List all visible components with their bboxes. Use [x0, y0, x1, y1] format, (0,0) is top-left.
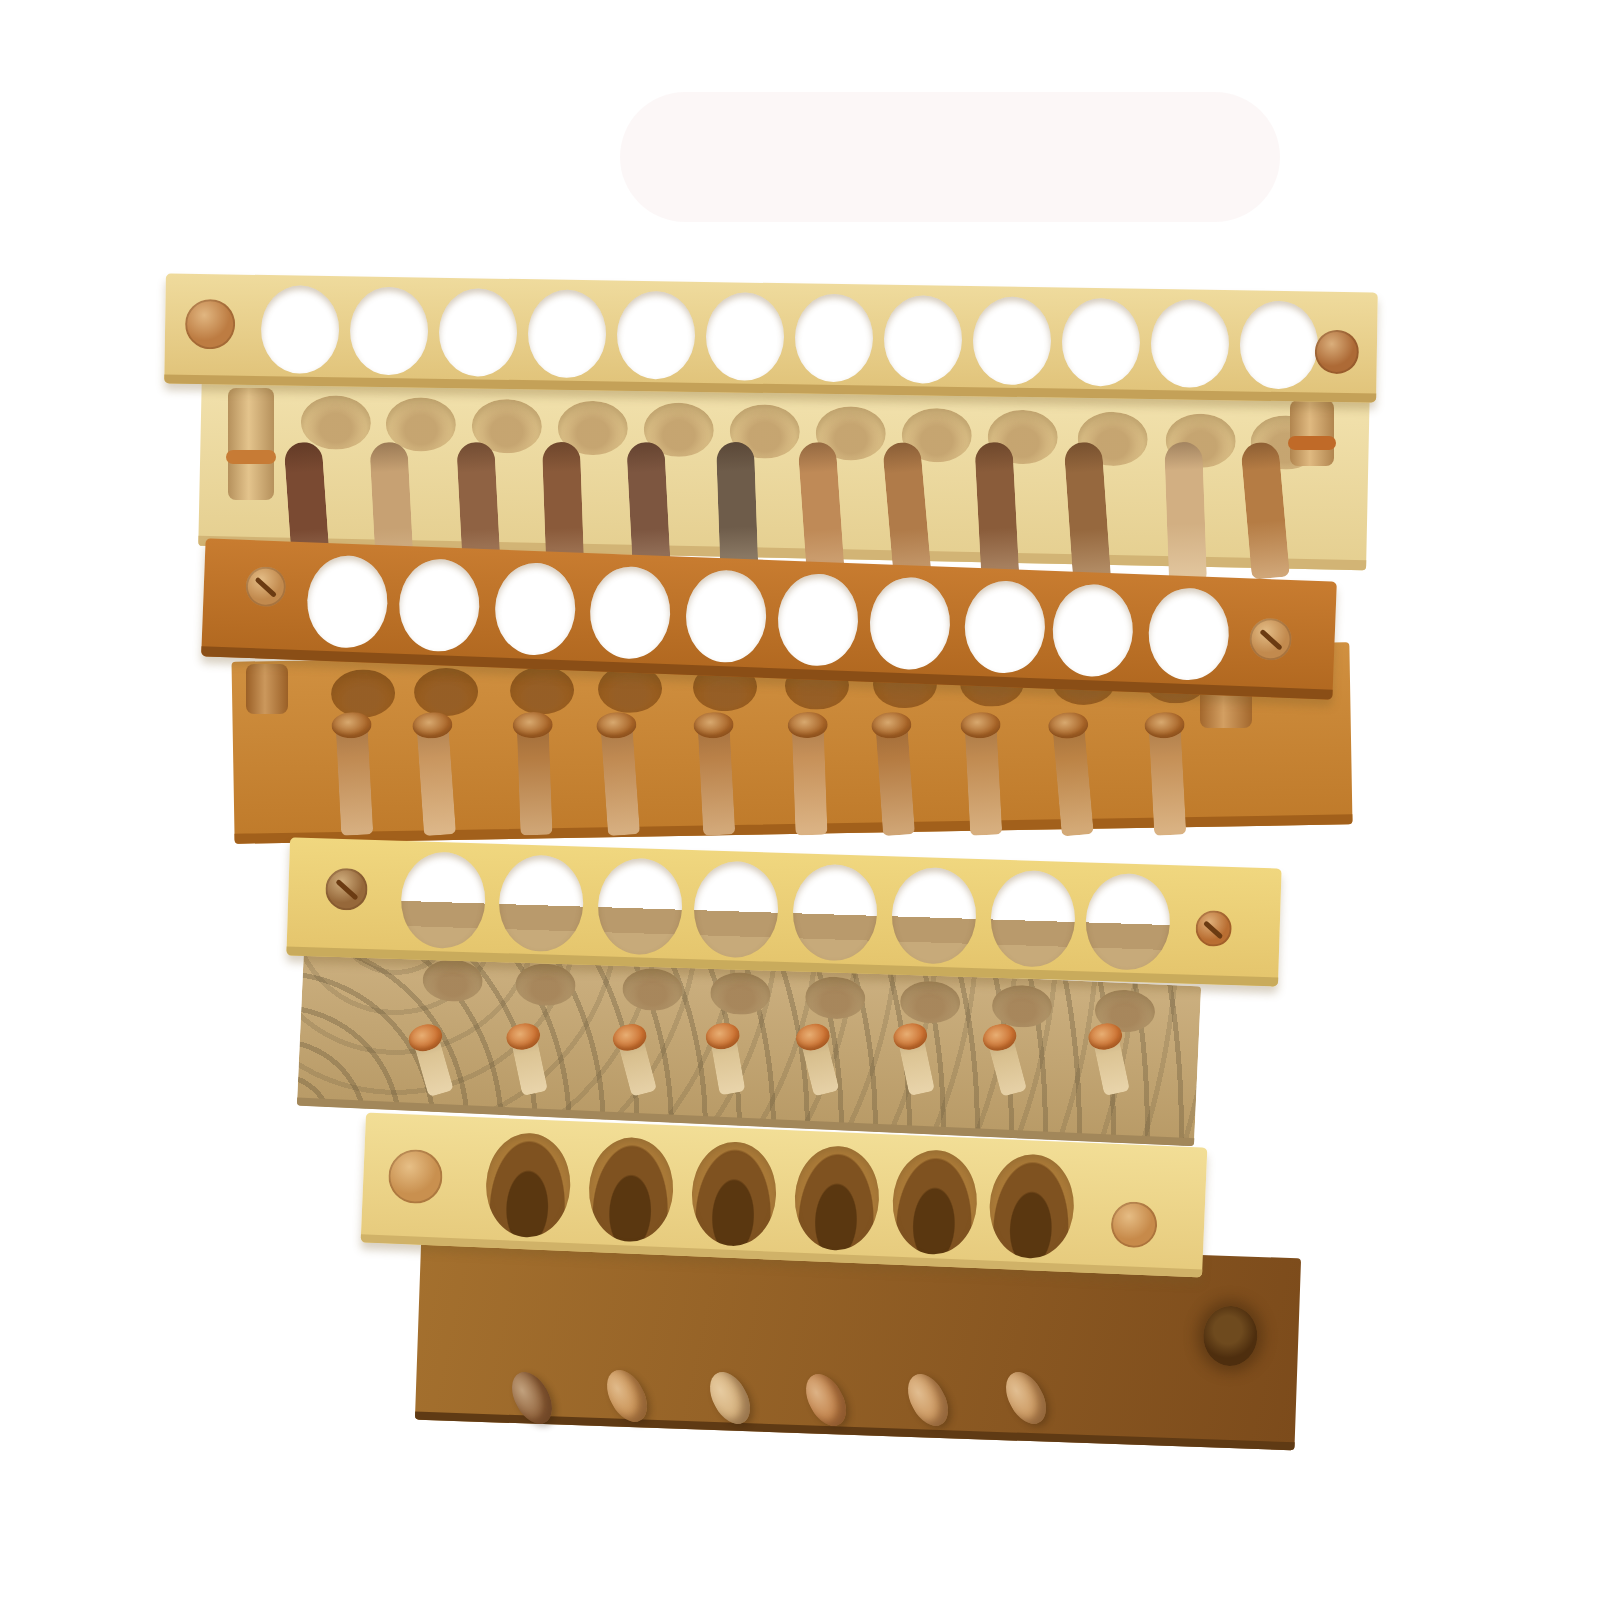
tube-hole [1061, 298, 1140, 387]
drying-peg [456, 441, 502, 593]
drain-divot [1077, 411, 1148, 466]
drain-divot [815, 406, 886, 461]
tube-hole [989, 870, 1076, 969]
rack-2 [0, 0, 1600, 1600]
peg-top [412, 711, 454, 740]
rack-3 [0, 0, 1600, 1600]
base-front-edge [234, 814, 1352, 844]
tube-hole [690, 1140, 778, 1247]
end-screw [1195, 910, 1232, 947]
peg-body [965, 724, 1003, 836]
drain-divot [1165, 413, 1236, 468]
drying-peg [787, 711, 832, 848]
rack-4-rail [361, 1112, 1208, 1277]
rail-front-edge [361, 1234, 1203, 1277]
peg-top [610, 1020, 650, 1054]
rack-1-base-board [198, 370, 1369, 570]
rack-2-rail [201, 538, 1337, 699]
tube-hole [883, 295, 962, 384]
rail-front-edge [201, 646, 1333, 699]
rail-front-edge [286, 946, 1278, 986]
drying-peg [998, 1365, 1054, 1430]
drain-divot [515, 962, 577, 1007]
drying-peg [798, 441, 846, 593]
base-front-edge [415, 1412, 1295, 1451]
tube-hole [972, 296, 1051, 385]
end-dowel [185, 299, 236, 350]
end-screw [245, 566, 287, 608]
drain-divot [709, 971, 771, 1016]
tube-hole [1084, 873, 1171, 972]
peg-body [1093, 1034, 1130, 1096]
peg-top [891, 1020, 930, 1053]
support-post [228, 388, 274, 500]
drying-peg [974, 441, 1020, 591]
drain-divot [557, 400, 628, 455]
drying-peg [331, 711, 378, 849]
screw-slot [255, 577, 277, 598]
support-post [246, 664, 288, 714]
tube-hole [776, 572, 859, 667]
drain-divot [899, 980, 961, 1025]
tube-hole [597, 857, 684, 956]
drying-peg [542, 441, 585, 590]
drying-peg [512, 711, 557, 848]
rail-front-edge [164, 374, 1376, 402]
drying-peg [599, 1363, 655, 1428]
peg-top [406, 1021, 446, 1055]
tube-hole [793, 1145, 881, 1252]
drying-peg [1064, 441, 1112, 593]
drain-divot [901, 407, 972, 462]
drain-divot [1250, 415, 1321, 470]
peg-body [617, 1034, 657, 1097]
peg-top [871, 711, 913, 740]
drain-divot [873, 659, 938, 708]
peg-top [693, 711, 734, 739]
tube-hole [988, 1153, 1076, 1260]
drying-peg [704, 1020, 752, 1109]
wood-knot [1202, 1305, 1258, 1367]
drying-peg [891, 1020, 942, 1109]
peg-top [1086, 1020, 1125, 1053]
peg-body [511, 1034, 548, 1096]
rack-4 [0, 0, 1600, 1600]
drying-peg [716, 441, 759, 588]
support-post [1290, 400, 1334, 466]
peg-body [416, 724, 456, 836]
peg-top [960, 711, 1001, 739]
base-front-edge [198, 536, 1366, 570]
drain-divot [510, 666, 575, 715]
watermark-blob [620, 92, 1280, 222]
drying-peg [284, 441, 332, 593]
tube-hole [1150, 299, 1229, 388]
end-screw [325, 868, 368, 911]
peg-top [1144, 711, 1185, 739]
drain-divot [1144, 655, 1209, 704]
peg-body [710, 1034, 746, 1096]
end-dowel [1110, 1201, 1158, 1249]
drain-divot [1094, 989, 1156, 1034]
tube-hole [963, 580, 1046, 675]
drying-peg [900, 1367, 956, 1432]
drying-peg [793, 1020, 846, 1110]
tube-hole [1147, 587, 1230, 682]
drying-peg [1164, 441, 1207, 582]
peg-body [1149, 724, 1187, 836]
peg-body [413, 1034, 454, 1097]
tube-hole [588, 565, 671, 660]
rack-4-base-board [415, 1228, 1301, 1451]
drying-peg [798, 1367, 854, 1432]
tube-hole [1051, 583, 1134, 678]
drain-divot [643, 402, 714, 457]
drain-divot [987, 409, 1058, 464]
tube-hole [260, 285, 339, 374]
peg-top [704, 1020, 742, 1052]
tube-hole [684, 569, 767, 664]
drain-divot [622, 967, 684, 1012]
peg-top [596, 711, 638, 740]
drying-peg [412, 711, 461, 849]
drain-divot [991, 984, 1053, 1029]
end-dowel [387, 1148, 443, 1204]
drying-peg [960, 711, 1007, 849]
peg-body [792, 725, 828, 836]
drying-peg [693, 711, 740, 849]
drying-peg [504, 1365, 560, 1430]
drying-peg [504, 1020, 555, 1109]
tube-hole [527, 289, 606, 378]
peg-top [980, 1020, 1020, 1054]
drain-divot [693, 663, 758, 712]
drain-divot [729, 404, 800, 459]
drying-peg [871, 711, 920, 849]
drying-peg [406, 1021, 462, 1111]
peg-body [898, 1034, 935, 1096]
tube-hole [890, 866, 977, 965]
drying-peg [610, 1020, 665, 1110]
drain-divot [1052, 656, 1117, 705]
tube-hole [484, 1132, 572, 1239]
end-dowel [1315, 330, 1360, 375]
tube-hole [792, 863, 879, 962]
peg-body [336, 724, 374, 836]
peg-body [600, 724, 640, 836]
rack-2-base-board [231, 642, 1352, 843]
drain-divot [300, 395, 371, 450]
tube-hole [705, 292, 784, 381]
peg-body [875, 724, 915, 836]
drying-peg [369, 441, 415, 591]
drain-divot [414, 667, 479, 716]
peg-body [800, 1034, 839, 1097]
tube-hole [493, 562, 576, 657]
drain-divot [331, 669, 396, 718]
post-band [226, 450, 276, 464]
tube-hole [616, 291, 695, 380]
tube-hole [349, 286, 428, 375]
tube-hole [438, 288, 517, 377]
tube-hole [587, 1136, 675, 1243]
drying-peg [626, 441, 672, 593]
drying-peg [1240, 441, 1290, 580]
drying-peg [980, 1020, 1035, 1110]
drain-divot [598, 664, 663, 713]
tube-hole [891, 1149, 979, 1256]
peg-top [787, 711, 828, 738]
tube-hole [306, 554, 389, 649]
tube-hole [868, 576, 951, 671]
drying-peg [702, 1365, 758, 1430]
rack-3-base-board [297, 946, 1201, 1147]
drying-peg [1047, 711, 1099, 850]
support-post [1200, 686, 1252, 728]
peg-top [331, 711, 372, 739]
drying-peg [882, 441, 933, 594]
drying-peg [1144, 711, 1191, 849]
product-photo-stage [0, 0, 1600, 1600]
peg-body [517, 725, 553, 836]
drain-divot [785, 661, 850, 710]
rack-1 [0, 0, 1600, 1600]
rack-1-rail [164, 273, 1378, 402]
peg-top [512, 711, 553, 738]
peg-top [1047, 711, 1089, 740]
drying-peg [1086, 1020, 1137, 1109]
tube-hole [794, 293, 873, 382]
tube-hole [1239, 300, 1318, 389]
screw-slot [1259, 629, 1282, 651]
peg-top [504, 1020, 543, 1053]
tube-hole [400, 851, 487, 950]
post-band [1288, 436, 1336, 450]
drain-divot [385, 397, 456, 452]
rack-3-rail [286, 837, 1281, 986]
drain-divot [804, 976, 866, 1021]
screw-slot [335, 879, 358, 901]
drain-divot [960, 658, 1025, 707]
peg-body [1052, 724, 1093, 836]
peg-body [698, 724, 736, 836]
peg-body [987, 1034, 1027, 1097]
tube-hole [498, 854, 585, 953]
drying-peg [596, 711, 645, 849]
peg-top [793, 1020, 832, 1053]
tube-hole [693, 860, 780, 959]
tube-hole [398, 558, 481, 653]
drain-divot [471, 398, 542, 453]
end-screw [1249, 617, 1293, 661]
base-front-edge [297, 1098, 1194, 1147]
drain-divot [422, 958, 484, 1003]
screw-slot [1203, 920, 1224, 939]
